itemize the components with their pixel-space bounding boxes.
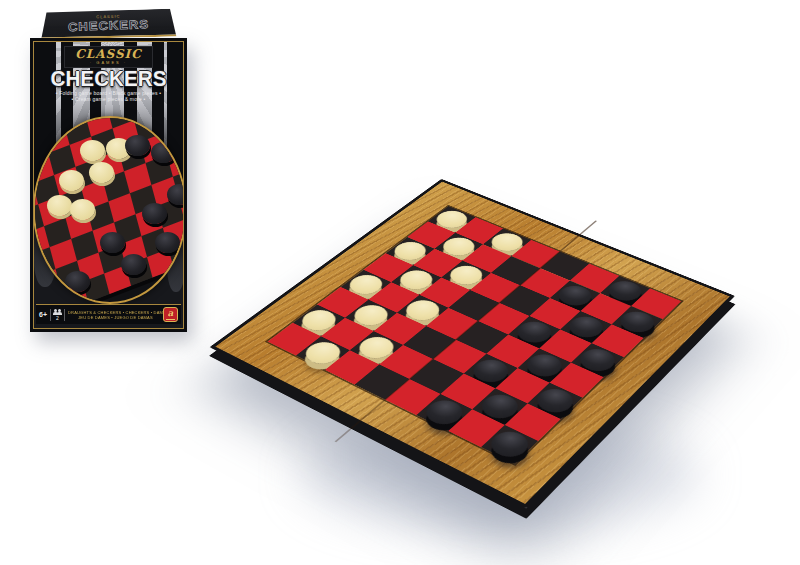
scene: CLASSIC CHECKERS CLASSIC · GAMES · CHECK…	[0, 0, 800, 565]
product-box: CLASSIC CHECKERS CLASSIC · GAMES · CHECK…	[30, 10, 187, 332]
photo-piece-black	[100, 232, 125, 253]
brand-logo: a	[163, 307, 178, 322]
brand-classic-label: CLASSIC	[75, 48, 142, 60]
photo-piece-cream	[80, 140, 105, 161]
box-top-flap: CLASSIC CHECKERS	[35, 8, 183, 39]
photo-piece-black	[125, 135, 150, 156]
box-footer-strip: 6+ 2 DRAUGHTS & CHECKERS • CHECKERS • DA…	[36, 304, 181, 324]
players-count: 2	[56, 315, 59, 321]
photo-piece-cream	[70, 199, 95, 220]
box-top-title: CHECKERS	[68, 18, 149, 33]
box-photo-area	[34, 108, 183, 302]
product-names-line2: JEU DE DAMES • JUEGO DE DAMAS	[68, 315, 163, 320]
photo-vignette-ellipse	[33, 116, 184, 304]
photo-piece-cream	[59, 170, 84, 191]
footer-divider2	[64, 309, 65, 321]
board-grid: ⛀⛀⛂⛀⛂⛂⛀⛀⛂⛀⛂⛂⛀⛀⛂⛀⛂⛂⛀⛀⛂⛀⛂⛂	[268, 206, 682, 464]
footer-divider	[50, 309, 51, 321]
product-names: DRAUGHTS & CHECKERS • CHECKERS • DAMAS Y…	[68, 310, 163, 320]
brand-logo-underline	[166, 319, 175, 320]
photo-piece-black	[142, 203, 167, 224]
box-front-inner: CLASSIC · GAMES · CHECKERS • Folding gam…	[33, 41, 184, 329]
box-title: CHECKERS	[38, 68, 178, 90]
photo-piece-black	[155, 232, 180, 253]
players-badge: 2	[54, 309, 61, 321]
photo-piece-black	[65, 271, 90, 292]
photo-piece-black	[121, 254, 146, 275]
brand-logo-letter: a	[168, 309, 174, 318]
players-icon	[54, 309, 61, 312]
product-names-line1: DRAUGHTS & CHECKERS • CHECKERS • DAMAS Y…	[68, 310, 163, 315]
photo-piece-black	[151, 142, 176, 163]
tagline-line2: • Cream game pieces & more •	[34, 96, 183, 102]
box-front-face: CLASSIC · GAMES · CHECKERS • Folding gam…	[30, 38, 187, 332]
box-header: CLASSIC · GAMES · CHECKERS • Folding gam…	[34, 42, 183, 102]
brand-panel: CLASSIC · GAMES ·	[64, 46, 153, 68]
age-badge: 6+	[39, 311, 47, 318]
